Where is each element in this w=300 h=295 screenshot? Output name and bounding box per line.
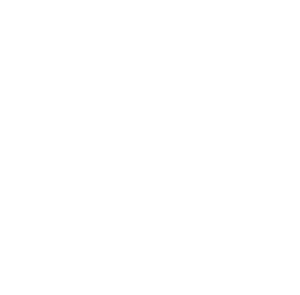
board-stage xyxy=(0,0,300,295)
board-grid-lines xyxy=(0,0,300,295)
